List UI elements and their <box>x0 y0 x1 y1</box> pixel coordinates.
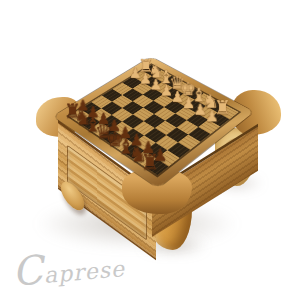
product-photo-chess-table: ♜♞♝♛♚♝♞♜♟♟♟♟♟♟♟♟♟♟♟♟♟♟♟♟♜♞♝♛♚♝♞♜ Caprese <box>0 0 300 300</box>
square-h1: ♜ <box>217 106 238 120</box>
piece-dark-rook: ♜ <box>141 152 158 173</box>
square-e4 <box>154 107 175 121</box>
chess-board-frame: ♜♞♝♛♚♝♞♜♟♟♟♟♟♟♟♟♟♟♟♟♟♟♟♟♜♞♝♛♚♝♞♜ <box>53 57 254 188</box>
watermark-text: Caprese <box>10 239 126 295</box>
square-h7: ♟ <box>156 150 179 166</box>
chess-board-area: ♜♞♝♛♚♝♞♜♟♟♟♟♟♟♟♟♟♟♟♟♟♟♟♟♜♞♝♛♚♝♞♜ <box>83 43 225 185</box>
piece-light-pawn: ♟ <box>204 109 219 124</box>
chess-board: ♜♞♝♛♚♝♞♜♟♟♟♟♟♟♟♟♟♟♟♟♟♟♟♟♜♞♝♛♚♝♞♜ <box>69 65 239 175</box>
